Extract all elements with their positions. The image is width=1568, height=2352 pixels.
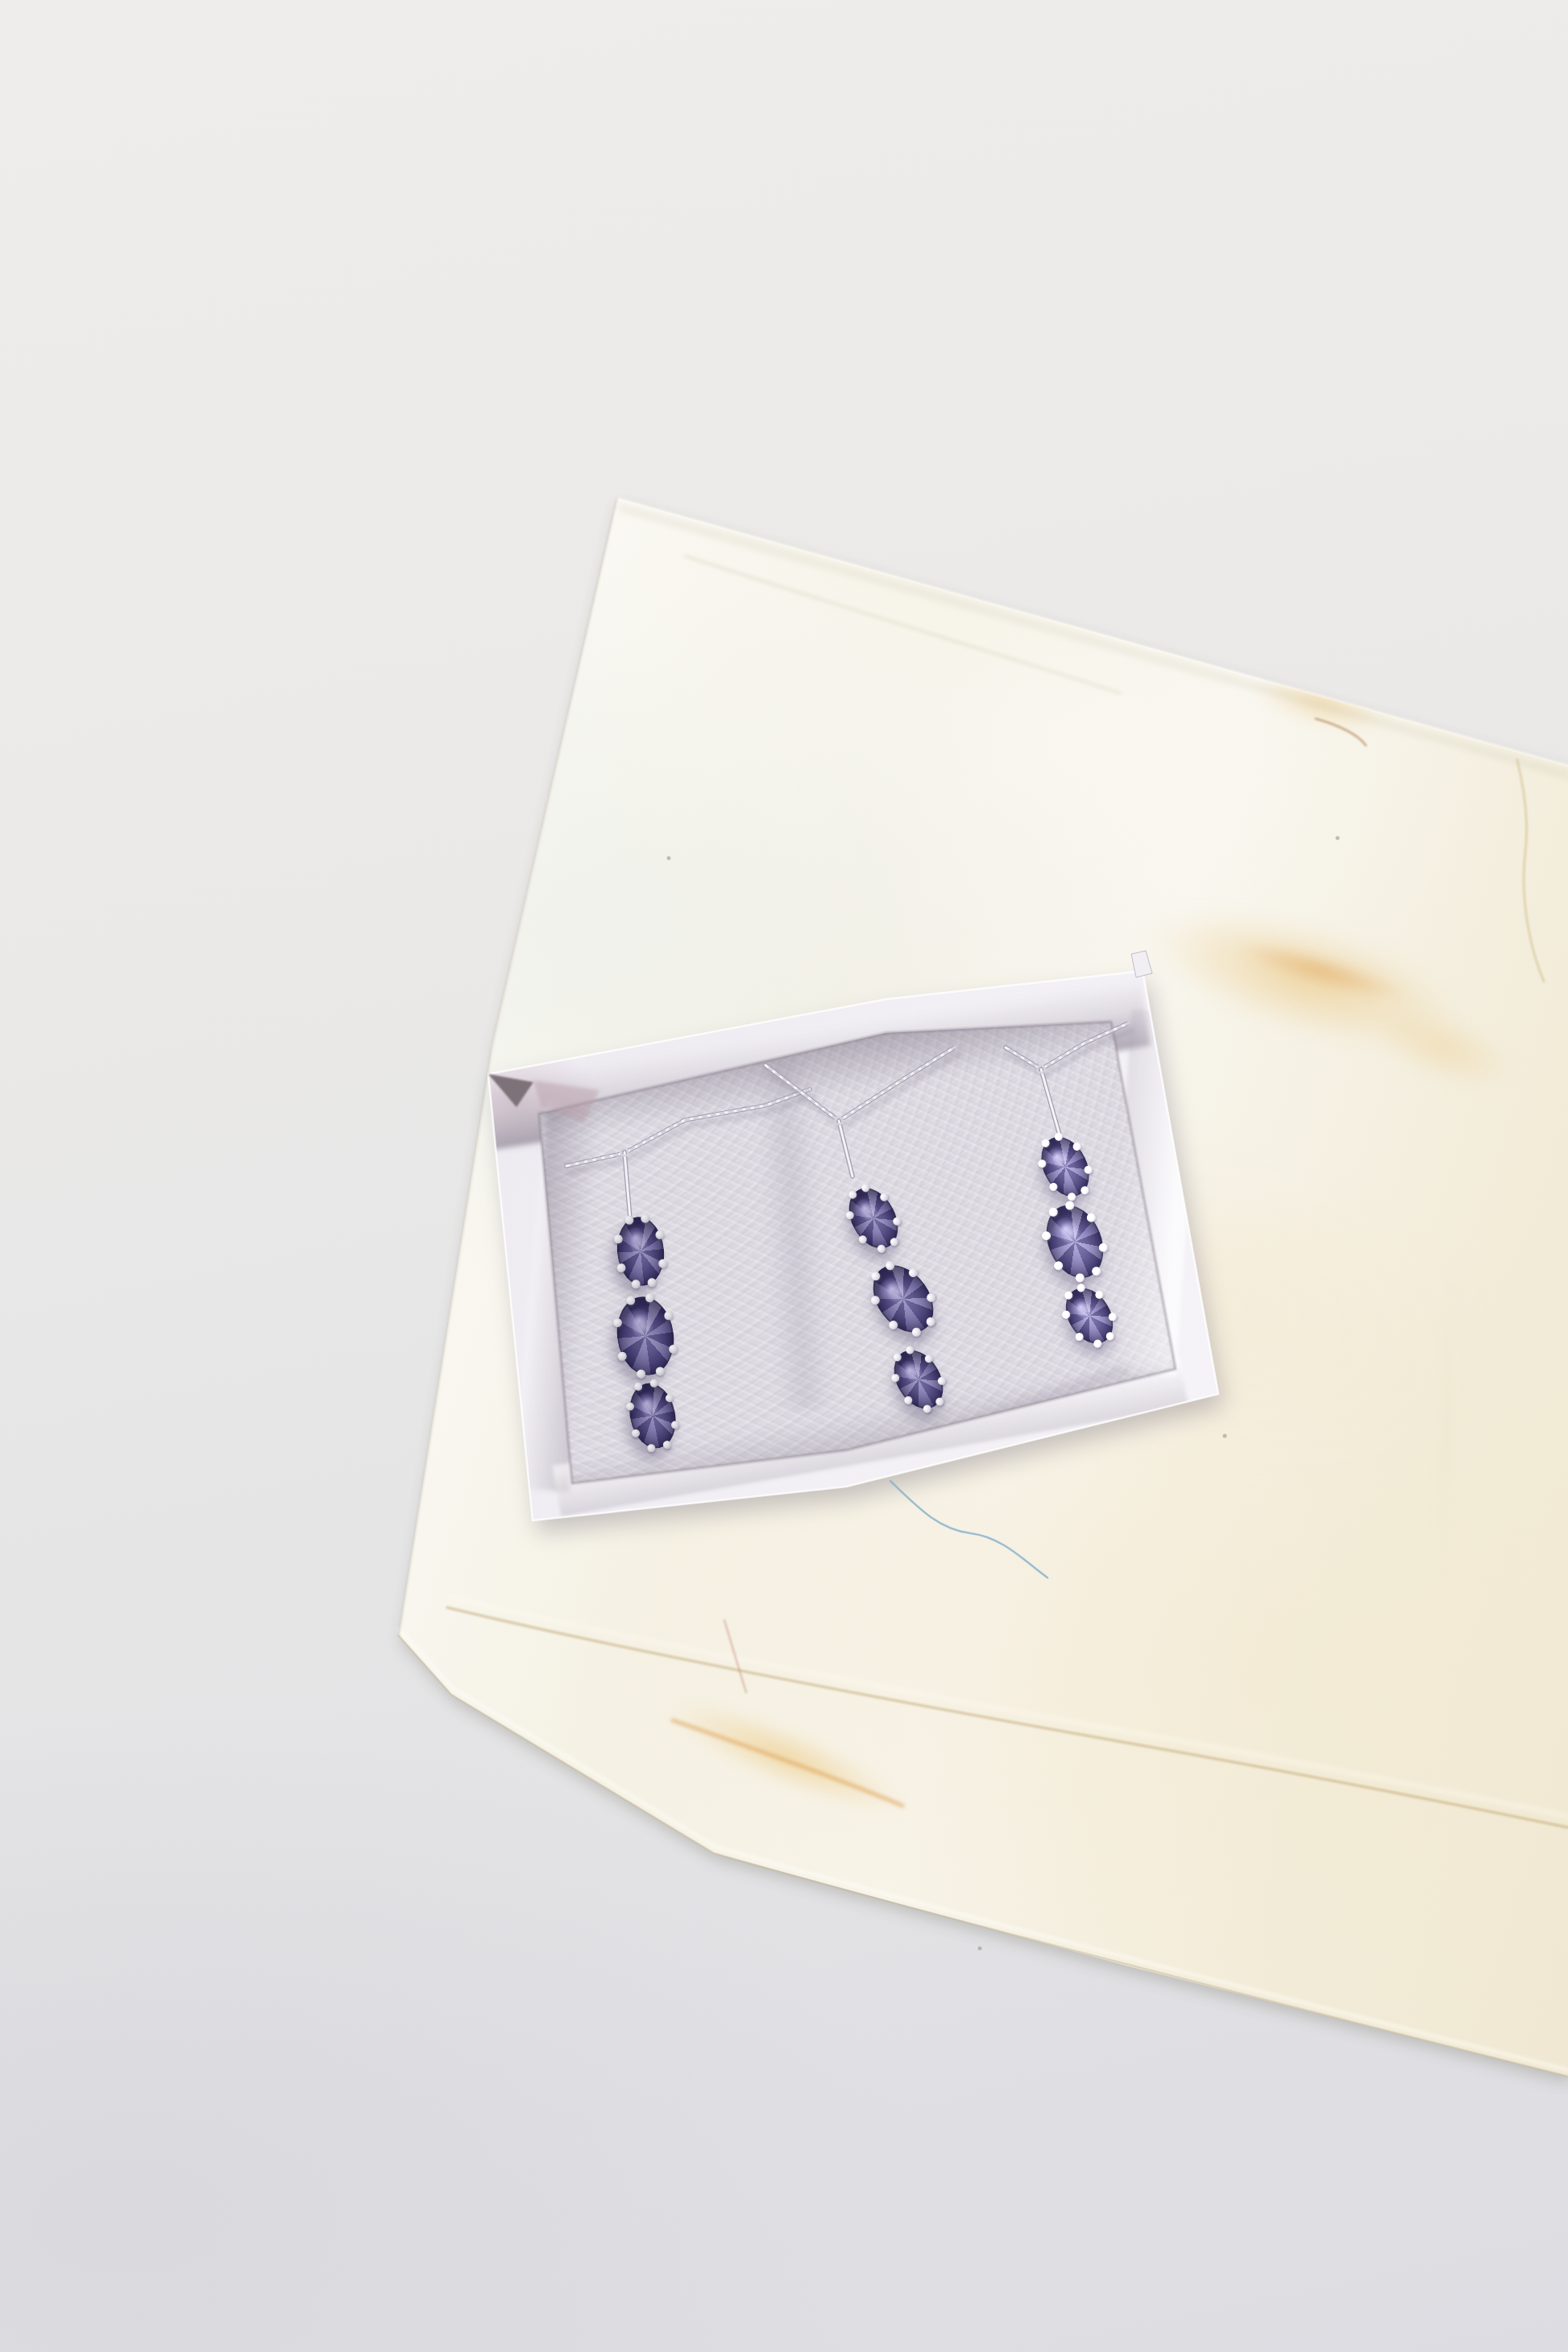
prong-ball xyxy=(1074,1272,1085,1284)
jewelry-pieces xyxy=(0,0,1568,2352)
prong-ball xyxy=(1076,1283,1087,1294)
prong-ball xyxy=(1093,1290,1105,1301)
prong-ball xyxy=(1106,1311,1118,1322)
prong-ball xyxy=(1047,1206,1059,1217)
prong-ball xyxy=(1080,1184,1090,1195)
prong-ball xyxy=(1072,1141,1082,1151)
prong-ball xyxy=(1092,1338,1103,1350)
prong-ball xyxy=(1074,1331,1085,1342)
prong-ball xyxy=(1084,1164,1094,1175)
gem-stone xyxy=(1036,1197,1114,1287)
gem-stone xyxy=(1032,1129,1099,1205)
gem-stone xyxy=(1056,1280,1123,1352)
photo-stage xyxy=(0,0,1568,2352)
prong-ball xyxy=(1105,1330,1116,1342)
prong-ball xyxy=(1040,1138,1051,1148)
pendant-drop-right xyxy=(0,0,1568,2352)
prong-ball xyxy=(1061,1309,1072,1321)
prong-ball xyxy=(1036,1158,1047,1168)
prong-ball xyxy=(1053,1259,1064,1271)
prong-ball xyxy=(1041,1230,1052,1242)
prong-ball xyxy=(1064,1290,1075,1301)
prong-ball xyxy=(1048,1182,1059,1193)
prong-ball xyxy=(1097,1242,1109,1253)
prong-ball xyxy=(1091,1266,1102,1277)
prong-ball xyxy=(1064,1200,1076,1211)
prong-ball xyxy=(1054,1131,1064,1142)
prong-ball xyxy=(1085,1212,1097,1223)
